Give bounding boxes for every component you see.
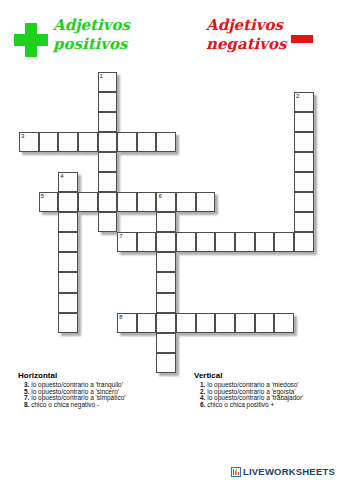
grid-cell[interactable] — [294, 112, 314, 132]
liveworksheets-logo[interactable]: LIVEWORKSHEETS — [231, 466, 335, 477]
grid-cell[interactable] — [58, 252, 78, 272]
grid-cell[interactable] — [39, 132, 59, 152]
plus-icon — [14, 23, 48, 57]
grid-cell[interactable] — [98, 112, 118, 132]
grid-cell[interactable] — [58, 212, 78, 232]
crossword-grid: 12345678 — [19, 72, 314, 373]
grid-cell[interactable] — [98, 192, 118, 212]
grid-cell[interactable] — [255, 313, 275, 333]
vertical-clues-title: Vertical — [194, 371, 340, 380]
clue-number: 2 — [296, 93, 299, 99]
grid-cell[interactable] — [156, 272, 176, 292]
grid-cell[interactable] — [156, 293, 176, 313]
grid-cell[interactable]: 3 — [19, 132, 39, 152]
grid-cell[interactable] — [58, 232, 78, 252]
grid-cell[interactable] — [58, 313, 78, 333]
clue-number: 3 — [21, 133, 24, 139]
clue-number: 7 — [119, 233, 122, 239]
grid-cell[interactable] — [58, 192, 78, 212]
grid-cell[interactable] — [98, 152, 118, 172]
grid-cell[interactable] — [274, 313, 294, 333]
grid-cell[interactable] — [294, 212, 314, 232]
grid-cell[interactable] — [137, 192, 157, 212]
positive-adjectives-title: Adjetivos positivos — [53, 16, 130, 54]
grid-cell[interactable] — [294, 132, 314, 152]
clue-number: 1 — [100, 73, 103, 79]
horizontal-clues-title: Horizontal — [18, 371, 186, 380]
grid-cell[interactable] — [156, 252, 176, 272]
grid-cell[interactable] — [58, 272, 78, 292]
grid-cell[interactable] — [156, 353, 176, 373]
grid-cell[interactable]: 7 — [117, 232, 137, 252]
clue-number: 6 — [158, 193, 161, 199]
horizontal-clues-section: Horizontal 3. lo opuesto/contrario a 'tr… — [18, 371, 186, 408]
vertical-clues-list: 1. lo opuesto/contrario a 'miedoso'2. lo… — [194, 382, 340, 408]
grid-cell[interactable] — [98, 212, 118, 232]
grid-cell[interactable] — [156, 333, 176, 353]
grid-cell[interactable]: 4 — [58, 172, 78, 192]
grid-cell[interactable] — [137, 132, 157, 152]
grid-cell[interactable] — [176, 313, 196, 333]
vertical-clues-section: Vertical 1. lo opuesto/contrario a 'mied… — [194, 371, 340, 408]
clue-item: 6. chico o chica positivo + — [194, 402, 340, 409]
grid-cell[interactable] — [98, 92, 118, 112]
grid-cell[interactable] — [274, 232, 294, 252]
grid-cell[interactable] — [294, 192, 314, 212]
grid-cell[interactable]: 1 — [98, 72, 118, 92]
grid-cell[interactable] — [117, 192, 137, 212]
grid-cell[interactable]: 8 — [117, 313, 137, 333]
grid-cell[interactable] — [156, 132, 176, 152]
grid-cell[interactable] — [215, 313, 235, 333]
grid-cell[interactable] — [255, 232, 275, 252]
grid-cell[interactable] — [294, 232, 314, 252]
grid-cell[interactable]: 6 — [156, 192, 176, 212]
grid-cell[interactable] — [196, 192, 216, 212]
grid-cell[interactable] — [78, 192, 98, 212]
grid-cell[interactable] — [196, 313, 216, 333]
grid-cell[interactable] — [176, 232, 196, 252]
grid-cell[interactable] — [156, 212, 176, 232]
negative-adjectives-title: Adjetivos negativos — [206, 16, 286, 54]
grid-cell[interactable] — [58, 132, 78, 152]
clue-number: 5 — [41, 193, 44, 199]
grid-cell[interactable] — [78, 132, 98, 152]
grid-cell[interactable] — [156, 313, 176, 333]
minus-icon — [291, 35, 313, 43]
grid-cell[interactable] — [156, 232, 176, 252]
clue-item: 8. chico o chica negativo - — [18, 402, 186, 409]
horizontal-clues-list: 3. lo opuesto/contrario a 'tranquilo'5. … — [18, 382, 186, 408]
grid-cell[interactable] — [294, 152, 314, 172]
grid-cell[interactable] — [215, 232, 235, 252]
grid-cell[interactable] — [176, 192, 196, 212]
brand-name: LIVEWORKSHEETS — [243, 466, 335, 477]
bar-chart-logo-icon — [231, 467, 241, 477]
grid-cell[interactable]: 2 — [294, 92, 314, 112]
grid-cell[interactable] — [117, 132, 137, 152]
clue-number: 4 — [60, 173, 63, 179]
grid-cell[interactable] — [294, 172, 314, 192]
grid-cell[interactable] — [98, 132, 118, 152]
grid-cell[interactable] — [235, 232, 255, 252]
grid-cell[interactable] — [98, 172, 118, 192]
grid-cell[interactable] — [137, 232, 157, 252]
grid-cell[interactable] — [137, 313, 157, 333]
clue-number: 8 — [119, 314, 122, 320]
grid-cell[interactable] — [235, 313, 255, 333]
grid-cell[interactable] — [58, 293, 78, 313]
grid-cell[interactable]: 5 — [39, 192, 59, 212]
grid-cell[interactable] — [196, 232, 216, 252]
